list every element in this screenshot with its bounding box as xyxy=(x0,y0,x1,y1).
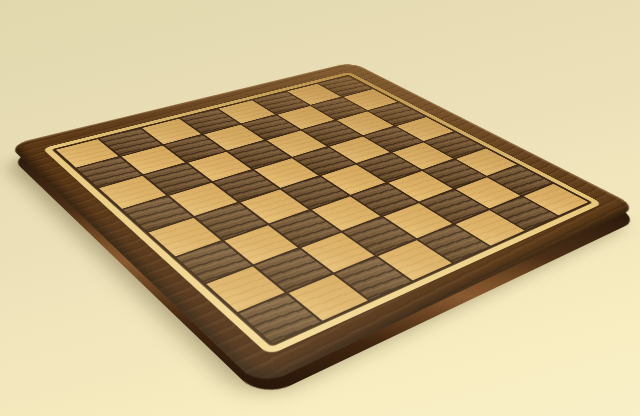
table-surface xyxy=(0,0,640,416)
chess-board xyxy=(8,62,638,387)
board-squares xyxy=(53,75,592,346)
